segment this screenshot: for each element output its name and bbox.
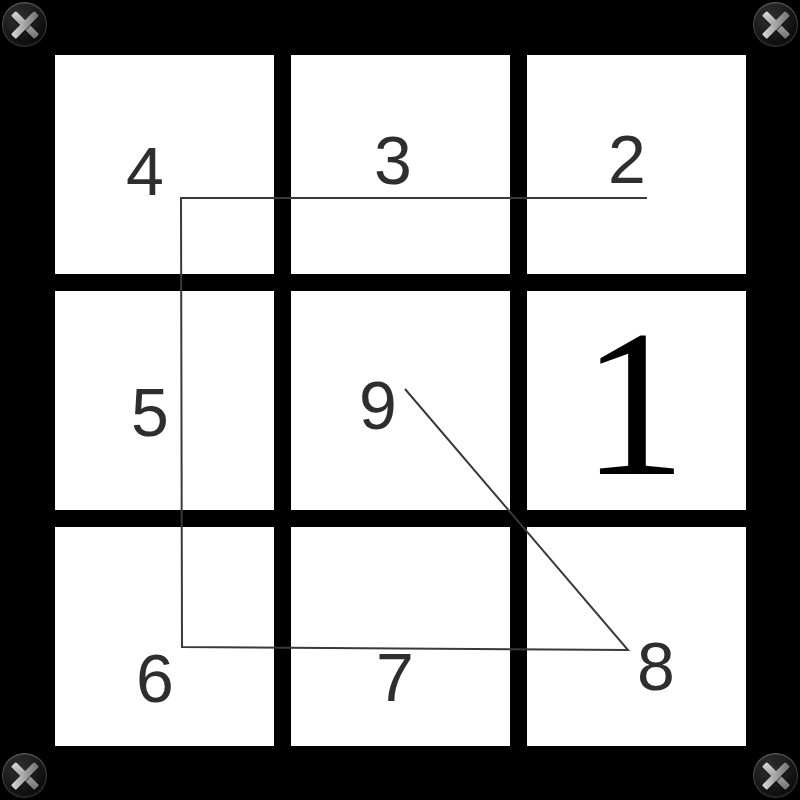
screw-x-icon-bottom-left	[2, 753, 47, 798]
grid-cell-r2c2[interactable]: 8	[527, 527, 746, 746]
grid-cell-r2c0[interactable]: 6	[55, 527, 274, 746]
grid-cell-r0c2[interactable]: 2	[527, 55, 746, 274]
cell-digit-large: 1	[582, 298, 687, 508]
cell-digit: 8	[637, 632, 675, 700]
screw-x-icon-top-left	[2, 2, 47, 47]
grid-cell-r2c1[interactable]: 7	[291, 527, 510, 746]
number-grid: 4 3 2 5 9 1 6 7 8	[55, 55, 746, 746]
puzzle-panel: 4 3 2 5 9 1 6 7 8	[0, 0, 800, 800]
cell-digit: 9	[359, 371, 397, 439]
grid-cell-r0c1[interactable]: 3	[291, 55, 510, 274]
cell-digit: 5	[131, 378, 169, 446]
screw-x-icon-top-right	[753, 2, 798, 47]
screw-x-icon-bottom-right	[753, 753, 798, 798]
grid-cell-r0c0[interactable]: 4	[55, 55, 274, 274]
grid-cell-r1c2[interactable]: 1	[527, 291, 746, 510]
cell-digit: 7	[376, 643, 414, 711]
grid-cell-r1c0[interactable]: 5	[55, 291, 274, 510]
cell-digit: 4	[126, 137, 164, 205]
cell-digit: 6	[136, 644, 174, 712]
cell-digit: 3	[374, 126, 412, 194]
cell-digit: 2	[608, 125, 646, 193]
grid-cell-r1c1[interactable]: 9	[291, 291, 510, 510]
